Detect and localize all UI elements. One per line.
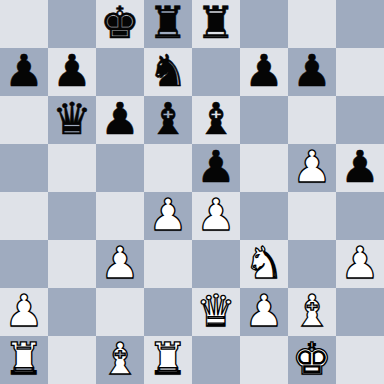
black-queen-piece[interactable]: ♛ (52, 96, 91, 143)
black-pawn-piece[interactable]: ♟ (292, 48, 331, 95)
black-knight-piece[interactable]: ♞ (148, 48, 187, 95)
square-d8[interactable]: ♜ (144, 0, 192, 48)
white-pawn-piece[interactable]: ♟ (292, 144, 331, 191)
square-e7[interactable] (192, 48, 240, 96)
square-e8[interactable]: ♜ (192, 0, 240, 48)
square-a3[interactable] (0, 240, 48, 288)
square-g6[interactable] (288, 96, 336, 144)
square-h3[interactable]: ♟ (336, 240, 384, 288)
square-d1[interactable]: ♜ (144, 336, 192, 384)
square-e4[interactable]: ♟ (192, 192, 240, 240)
square-c3[interactable]: ♟ (96, 240, 144, 288)
square-g8[interactable] (288, 0, 336, 48)
square-c6[interactable]: ♟ (96, 96, 144, 144)
square-e5[interactable]: ♟ (192, 144, 240, 192)
black-pawn-piece[interactable]: ♟ (4, 48, 43, 95)
square-c8[interactable]: ♚ (96, 0, 144, 48)
square-d3[interactable] (144, 240, 192, 288)
square-h2[interactable] (336, 288, 384, 336)
white-pawn-piece[interactable]: ♟ (196, 192, 235, 239)
white-rook-piece[interactable]: ♜ (148, 336, 187, 383)
black-bishop-piece[interactable]: ♝ (196, 96, 235, 143)
black-pawn-piece[interactable]: ♟ (100, 96, 139, 143)
square-g4[interactable] (288, 192, 336, 240)
square-g5[interactable]: ♟ (288, 144, 336, 192)
square-h1[interactable] (336, 336, 384, 384)
white-pawn-piece[interactable]: ♟ (244, 288, 283, 335)
square-b7[interactable]: ♟ (48, 48, 96, 96)
square-e2[interactable]: ♛ (192, 288, 240, 336)
square-a8[interactable] (0, 0, 48, 48)
square-c4[interactable] (96, 192, 144, 240)
square-b4[interactable] (48, 192, 96, 240)
square-e1[interactable] (192, 336, 240, 384)
square-a7[interactable]: ♟ (0, 48, 48, 96)
square-a5[interactable] (0, 144, 48, 192)
square-c7[interactable] (96, 48, 144, 96)
square-e6[interactable]: ♝ (192, 96, 240, 144)
black-pawn-piece[interactable]: ♟ (196, 144, 235, 191)
square-f5[interactable] (240, 144, 288, 192)
square-a2[interactable]: ♟ (0, 288, 48, 336)
square-g2[interactable]: ♝ (288, 288, 336, 336)
square-h8[interactable] (336, 0, 384, 48)
square-d6[interactable]: ♝ (144, 96, 192, 144)
black-pawn-piece[interactable]: ♟ (340, 144, 379, 191)
square-a6[interactable] (0, 96, 48, 144)
white-rook-piece[interactable]: ♜ (4, 336, 43, 383)
white-pawn-piece[interactable]: ♟ (340, 240, 379, 287)
square-b8[interactable] (48, 0, 96, 48)
square-c1[interactable]: ♝ (96, 336, 144, 384)
square-g1[interactable]: ♚ (288, 336, 336, 384)
square-g3[interactable] (288, 240, 336, 288)
square-f8[interactable] (240, 0, 288, 48)
square-h4[interactable] (336, 192, 384, 240)
square-e3[interactable] (192, 240, 240, 288)
white-pawn-piece[interactable]: ♟ (100, 240, 139, 287)
square-f4[interactable] (240, 192, 288, 240)
square-f7[interactable]: ♟ (240, 48, 288, 96)
black-pawn-piece[interactable]: ♟ (244, 48, 283, 95)
white-queen-piece[interactable]: ♛ (196, 288, 235, 335)
square-a4[interactable] (0, 192, 48, 240)
square-h5[interactable]: ♟ (336, 144, 384, 192)
square-h6[interactable] (336, 96, 384, 144)
square-f2[interactable]: ♟ (240, 288, 288, 336)
square-b6[interactable]: ♛ (48, 96, 96, 144)
square-f3[interactable]: ♞ (240, 240, 288, 288)
square-b2[interactable] (48, 288, 96, 336)
square-d5[interactable] (144, 144, 192, 192)
square-d7[interactable]: ♞ (144, 48, 192, 96)
black-king-piece[interactable]: ♚ (100, 0, 139, 47)
square-f1[interactable] (240, 336, 288, 384)
square-c2[interactable] (96, 288, 144, 336)
square-g7[interactable]: ♟ (288, 48, 336, 96)
black-rook-piece[interactable]: ♜ (148, 0, 187, 47)
black-rook-piece[interactable]: ♜ (196, 0, 235, 47)
square-b1[interactable] (48, 336, 96, 384)
white-knight-piece[interactable]: ♞ (244, 240, 283, 287)
square-b3[interactable] (48, 240, 96, 288)
black-pawn-piece[interactable]: ♟ (52, 48, 91, 95)
black-bishop-piece[interactable]: ♝ (148, 96, 187, 143)
white-pawn-piece[interactable]: ♟ (4, 288, 43, 335)
white-pawn-piece[interactable]: ♟ (148, 192, 187, 239)
square-b5[interactable] (48, 144, 96, 192)
square-h7[interactable] (336, 48, 384, 96)
square-c5[interactable] (96, 144, 144, 192)
square-a1[interactable]: ♜ (0, 336, 48, 384)
white-bishop-piece[interactable]: ♝ (100, 336, 139, 383)
square-f6[interactable] (240, 96, 288, 144)
square-d4[interactable]: ♟ (144, 192, 192, 240)
square-d2[interactable] (144, 288, 192, 336)
chess-board: ♚♜♜♟♟♞♟♟♛♟♝♝♟♟♟♟♟♟♞♟♟♛♟♝♜♝♜♚ (0, 0, 384, 384)
white-king-piece[interactable]: ♚ (292, 336, 331, 383)
white-bishop-piece[interactable]: ♝ (292, 288, 331, 335)
